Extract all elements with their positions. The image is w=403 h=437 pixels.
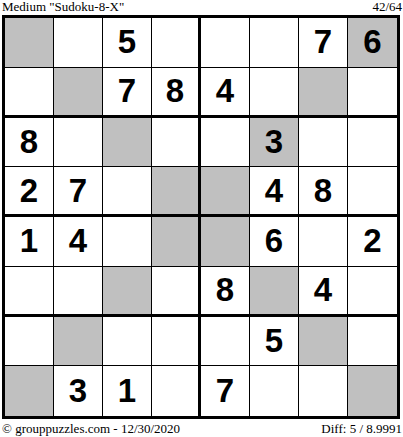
cell-r3c4[interactable] [152,118,201,168]
cell-r3c6[interactable]: 3 [250,118,299,168]
cell-r8c3[interactable]: 1 [103,366,152,416]
cell-r3c1[interactable]: 8 [5,118,54,168]
cell-r5c1[interactable]: 1 [5,217,54,267]
cell-r2c3[interactable]: 7 [103,68,152,118]
cell-r7c8[interactable] [348,317,397,367]
cell-r5c7[interactable] [299,217,348,267]
cell-r6c6[interactable] [250,267,299,317]
cell-r4c4[interactable] [152,167,201,217]
cell-r1c7[interactable]: 7 [299,18,348,68]
cell-r4c8[interactable] [348,167,397,217]
cell-r3c5[interactable] [201,118,250,168]
cell-r6c3[interactable] [103,267,152,317]
cell-r2c8[interactable] [348,68,397,118]
cell-r8c4[interactable] [152,366,201,416]
cell-r3c8[interactable] [348,118,397,168]
cell-r7c6[interactable]: 5 [250,317,299,367]
cell-r6c5[interactable]: 8 [201,267,250,317]
sudoku-page: Medium "Sudoku-8-X" 42/64 57678483274814… [0,0,403,437]
cell-r3c7[interactable] [299,118,348,168]
copyright-text: © grouppuzzles.com - 12/30/2020 [2,421,180,436]
cell-r1c5[interactable] [201,18,250,68]
cell-r5c3[interactable] [103,217,152,267]
cell-r6c1[interactable] [5,267,54,317]
cell-r1c2[interactable] [54,18,103,68]
cell-r4c7[interactable]: 8 [299,167,348,217]
difficulty-text: Diff: 5 / 8.9991 [321,421,402,436]
cell-r5c4[interactable] [152,217,201,267]
cell-r7c2[interactable] [54,317,103,367]
cell-r1c8[interactable]: 6 [348,18,397,68]
cell-r5c5[interactable] [201,217,250,267]
cell-r7c1[interactable] [5,317,54,367]
cell-r7c7[interactable] [299,317,348,367]
cell-r8c2[interactable]: 3 [54,366,103,416]
cell-r4c6[interactable]: 4 [250,167,299,217]
cell-r4c2[interactable]: 7 [54,167,103,217]
cell-r7c3[interactable] [103,317,152,367]
cell-r3c3[interactable] [103,118,152,168]
cell-r8c8[interactable] [348,366,397,416]
cell-r5c8[interactable]: 2 [348,217,397,267]
cell-r6c2[interactable] [54,267,103,317]
cells-remaining-counter: 42/64 [372,0,402,14]
cell-r2c4[interactable]: 8 [152,68,201,118]
cell-r8c5[interactable]: 7 [201,366,250,416]
cell-r5c2[interactable]: 4 [54,217,103,267]
cell-r6c4[interactable] [152,267,201,317]
cell-r4c3[interactable] [103,167,152,217]
cell-r7c4[interactable] [152,317,201,367]
cell-r8c1[interactable] [5,366,54,416]
cell-r2c5[interactable]: 4 [201,68,250,118]
footer: © grouppuzzles.com - 12/30/2020 Diff: 5 … [2,421,402,437]
cell-r2c7[interactable] [299,68,348,118]
puzzle-title: Medium "Sudoku-8-X" [2,0,124,14]
cell-r7c5[interactable] [201,317,250,367]
cell-r1c3[interactable]: 5 [103,18,152,68]
cell-r1c4[interactable] [152,18,201,68]
cell-r8c7[interactable] [299,366,348,416]
cell-r1c6[interactable] [250,18,299,68]
cell-r4c1[interactable]: 2 [5,167,54,217]
sudoku-board: 5767848327481462845317 [2,15,400,419]
cell-r4c5[interactable] [201,167,250,217]
cell-r6c8[interactable] [348,267,397,317]
cell-r8c6[interactable] [250,366,299,416]
cell-r5c6[interactable]: 6 [250,217,299,267]
header: Medium "Sudoku-8-X" 42/64 [2,0,402,14]
cell-r2c6[interactable] [250,68,299,118]
cell-r3c2[interactable] [54,118,103,168]
cell-r2c1[interactable] [5,68,54,118]
cell-r1c1[interactable] [5,18,54,68]
cell-r6c7[interactable]: 4 [299,267,348,317]
cell-r2c2[interactable] [54,68,103,118]
